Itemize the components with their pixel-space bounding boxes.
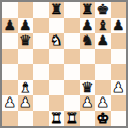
square-f8[interactable]: ♜ — [80, 2, 96, 18]
square-h4[interactable] — [111, 64, 127, 80]
square-a5[interactable] — [2, 49, 18, 65]
square-a6[interactable] — [2, 33, 18, 49]
square-e6[interactable] — [64, 33, 80, 49]
piece-white-pawn: ♟ — [81, 95, 94, 111]
square-f7[interactable]: ♟ — [80, 18, 96, 34]
square-h7[interactable]: ♟ — [111, 18, 127, 34]
square-e5[interactable] — [64, 49, 80, 65]
piece-black-pawn: ♟ — [3, 18, 16, 34]
piece-black-pawn: ♟ — [81, 18, 94, 34]
piece-black-rook: ♜ — [81, 2, 94, 18]
piece-white-king: ♚ — [96, 111, 109, 127]
chess-board: ♜♜♚♟♟♟♝♟♛♞♞♟♝♛♟♟♟♟♟♜♜♚ — [2, 2, 126, 126]
square-b8[interactable] — [18, 2, 34, 18]
square-e3[interactable] — [64, 80, 80, 96]
square-b2[interactable]: ♟ — [18, 95, 34, 111]
square-d1[interactable]: ♜ — [49, 111, 65, 127]
square-c7[interactable] — [33, 18, 49, 34]
piece-white-knight: ♞ — [50, 33, 63, 49]
piece-black-pawn: ♟ — [112, 18, 125, 34]
square-d7[interactable] — [49, 18, 65, 34]
square-g5[interactable] — [95, 49, 111, 65]
square-d3[interactable] — [49, 80, 65, 96]
square-g2[interactable]: ♟ — [95, 95, 111, 111]
square-f1[interactable] — [80, 111, 96, 127]
square-c8[interactable] — [33, 2, 49, 18]
square-g4[interactable] — [95, 64, 111, 80]
square-a8[interactable] — [2, 2, 18, 18]
square-b7[interactable]: ♟ — [18, 18, 34, 34]
square-h5[interactable] — [111, 49, 127, 65]
square-c4[interactable] — [33, 64, 49, 80]
piece-black-pawn: ♟ — [96, 33, 109, 49]
square-c1[interactable] — [33, 111, 49, 127]
square-g7[interactable]: ♝ — [95, 18, 111, 34]
piece-white-pawn: ♟ — [112, 80, 125, 96]
piece-black-pawn: ♟ — [19, 18, 32, 34]
piece-white-bishop: ♝ — [19, 80, 32, 96]
square-a2[interactable]: ♟ — [2, 95, 18, 111]
square-f2[interactable]: ♟ — [80, 95, 96, 111]
square-g6[interactable]: ♟ — [95, 33, 111, 49]
square-f3[interactable]: ♛ — [80, 80, 96, 96]
piece-white-rook: ♜ — [50, 111, 63, 127]
square-b6[interactable]: ♛ — [18, 33, 34, 49]
square-b1[interactable] — [18, 111, 34, 127]
square-e7[interactable] — [64, 18, 80, 34]
square-b4[interactable] — [18, 64, 34, 80]
square-a7[interactable]: ♟ — [2, 18, 18, 34]
square-d2[interactable] — [49, 95, 65, 111]
piece-white-pawn: ♟ — [96, 95, 109, 111]
square-a1[interactable] — [2, 111, 18, 127]
square-h1[interactable] — [111, 111, 127, 127]
piece-black-queen: ♛ — [19, 33, 32, 49]
piece-black-bishop: ♝ — [96, 18, 109, 34]
square-f5[interactable] — [80, 49, 96, 65]
square-a4[interactable] — [2, 64, 18, 80]
square-f4[interactable] — [80, 64, 96, 80]
square-e8[interactable] — [64, 2, 80, 18]
chess-board-frame: ♜♜♚♟♟♟♝♟♛♞♞♟♝♛♟♟♟♟♟♜♜♚ — [0, 0, 128, 128]
square-a3[interactable] — [2, 80, 18, 96]
square-d4[interactable] — [49, 64, 65, 80]
square-h6[interactable] — [111, 33, 127, 49]
piece-white-pawn: ♟ — [19, 95, 32, 111]
square-h2[interactable] — [111, 95, 127, 111]
square-e4[interactable] — [64, 64, 80, 80]
square-c5[interactable] — [33, 49, 49, 65]
square-e1[interactable]: ♜ — [64, 111, 80, 127]
piece-black-knight: ♞ — [81, 33, 94, 49]
square-f6[interactable]: ♞ — [80, 33, 96, 49]
square-c3[interactable] — [33, 80, 49, 96]
square-d8[interactable]: ♜ — [49, 2, 65, 18]
square-h3[interactable]: ♟ — [111, 80, 127, 96]
square-g1[interactable]: ♚ — [95, 111, 111, 127]
square-g3[interactable] — [95, 80, 111, 96]
square-g8[interactable]: ♚ — [95, 2, 111, 18]
square-b3[interactable]: ♝ — [18, 80, 34, 96]
square-c6[interactable] — [33, 33, 49, 49]
square-h8[interactable] — [111, 2, 127, 18]
square-b5[interactable] — [18, 49, 34, 65]
piece-black-rook: ♜ — [50, 2, 63, 18]
square-d5[interactable] — [49, 49, 65, 65]
piece-white-pawn: ♟ — [3, 95, 16, 111]
square-e2[interactable] — [64, 95, 80, 111]
piece-black-king: ♚ — [96, 2, 109, 18]
square-c2[interactable] — [33, 95, 49, 111]
square-d6[interactable]: ♞ — [49, 33, 65, 49]
piece-black-queen: ♛ — [81, 80, 94, 96]
piece-white-rook: ♜ — [65, 111, 78, 127]
